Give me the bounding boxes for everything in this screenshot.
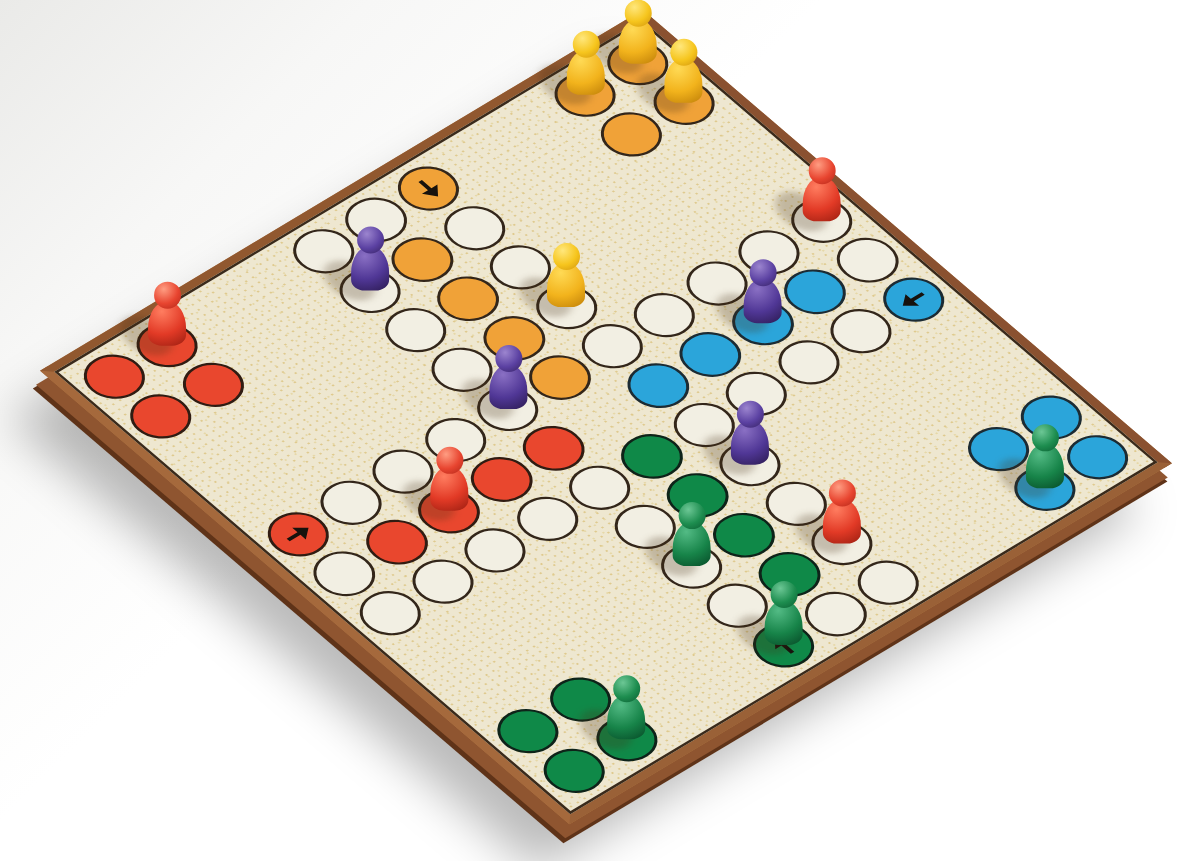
board-perspective-wrapper <box>40 10 1172 825</box>
pawn-head <box>1031 425 1058 452</box>
pawn-head <box>808 157 835 184</box>
pawn-head <box>770 581 797 608</box>
pawn-head <box>624 0 651 26</box>
pawn-head <box>356 227 383 254</box>
start-arrow-icon <box>889 282 937 317</box>
pawn-head <box>494 345 521 372</box>
red-pawn <box>147 281 187 345</box>
board-surface <box>54 20 1157 814</box>
pawn-head <box>154 281 181 308</box>
red-pawn <box>429 447 469 511</box>
green-pawn <box>1025 425 1065 489</box>
pawn-head <box>678 502 705 529</box>
yellow-pawn <box>618 0 658 63</box>
pawn-head <box>670 39 697 66</box>
red-pawn <box>802 157 842 221</box>
pawn-head <box>436 447 463 474</box>
start-arrow-icon <box>404 171 452 206</box>
pawn-head <box>737 400 764 427</box>
photo-backdrop <box>0 0 1200 861</box>
blue-pawn <box>488 345 528 409</box>
pawn-head <box>613 675 640 702</box>
blue-pawn <box>350 227 390 291</box>
pawn-head <box>553 243 580 270</box>
ludo-board <box>40 10 1172 825</box>
yellow-pawn <box>565 31 605 95</box>
blue-pawn <box>743 259 783 323</box>
pawn-head <box>749 259 776 286</box>
red-pawn <box>822 479 862 543</box>
yellow-pawn <box>546 243 586 307</box>
pawn-head <box>572 31 599 58</box>
yellow-pawn <box>664 39 704 103</box>
pawn-head <box>829 479 856 506</box>
start-arrow-icon <box>274 517 322 552</box>
blue-pawn <box>730 400 770 464</box>
green-pawn <box>672 502 712 566</box>
board-grid <box>66 28 1147 806</box>
green-pawn <box>607 675 647 739</box>
green-pawn <box>763 581 803 645</box>
